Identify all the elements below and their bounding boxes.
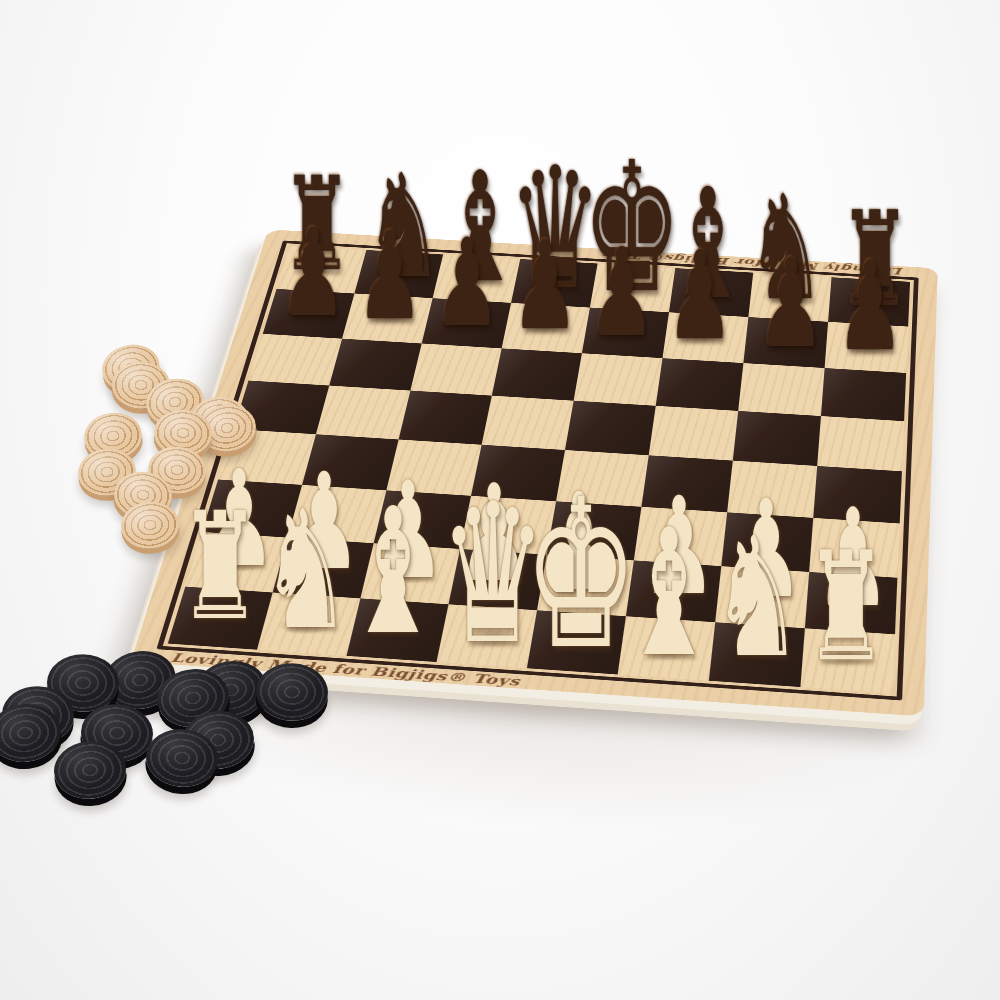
draughts-pieces-layer	[0, 0, 1000, 1000]
draughts-piece-dark	[255, 662, 329, 722]
product-photo: Lovingly Made for Bigjigs® Toys Lovingly…	[0, 0, 1000, 1000]
